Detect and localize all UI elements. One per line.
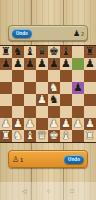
square-g5[interactable]: ♟ xyxy=(72,82,84,94)
piece-white-rook: ♜ xyxy=(85,130,95,142)
square-a1[interactable]: ♜ xyxy=(0,130,12,142)
square-f5[interactable] xyxy=(60,82,72,94)
piece-black-pawn: ♟ xyxy=(13,58,23,70)
piece-white-king: ♚ xyxy=(49,130,59,142)
black-pawn-icon: ♟ xyxy=(73,29,80,38)
square-h7[interactable]: ♟ xyxy=(84,58,96,70)
square-c1[interactable]: ♝ xyxy=(24,130,36,142)
square-h1[interactable]: ♜ xyxy=(84,130,96,142)
square-g1[interactable] xyxy=(72,130,84,142)
square-c4[interactable] xyxy=(24,94,36,106)
square-d7[interactable]: ♟ xyxy=(36,58,48,70)
square-g2[interactable]: ♟ xyxy=(72,118,84,130)
square-d6[interactable] xyxy=(36,70,48,82)
piece-black-pawn: ♟ xyxy=(25,58,35,70)
square-c7[interactable]: ♟ xyxy=(24,58,36,70)
piece-black-pawn: ♟ xyxy=(73,82,83,94)
square-f1[interactable]: ♝ xyxy=(60,130,72,142)
back-icon[interactable]: ◁ xyxy=(22,188,27,194)
opponent-bar: Undo ♟ 2 xyxy=(8,25,88,41)
square-f4[interactable] xyxy=(60,94,72,106)
square-d4[interactable]: ♟ xyxy=(36,94,48,106)
square-g8[interactable] xyxy=(72,46,84,58)
square-a4[interactable] xyxy=(0,94,12,106)
piece-white-bishop: ♝ xyxy=(61,130,71,142)
piece-black-pawn: ♟ xyxy=(61,58,71,70)
player-bar: ♙ 1 Undo xyxy=(8,150,88,168)
square-e4[interactable]: ♞ xyxy=(48,94,60,106)
piece-white-knight: ♞ xyxy=(13,130,23,142)
piece-white-bishop: ♝ xyxy=(25,130,35,142)
white-pawn-icon: ♙ xyxy=(12,155,19,164)
square-b1[interactable]: ♞ xyxy=(12,130,24,142)
square-a7[interactable]: ♟ xyxy=(0,58,12,70)
app-screen: Undo ♟ 2 ♜♞♝♛♚♝♜♟♟♟♟♟♟♟♞♟♟♞♟♟♟♟♟♟♟♜♞♝♛♚♝… xyxy=(0,0,96,200)
square-c6[interactable] xyxy=(24,70,36,82)
square-b5[interactable] xyxy=(12,82,24,94)
square-h4[interactable] xyxy=(84,94,96,106)
piece-black-pawn: ♟ xyxy=(37,58,47,70)
square-c5[interactable] xyxy=(24,82,36,94)
square-d3[interactable] xyxy=(36,106,48,118)
undo-button-player2[interactable]: Undo xyxy=(12,29,32,38)
undo-button-player1[interactable]: Undo xyxy=(64,155,84,164)
recents-icon[interactable]: □ xyxy=(70,188,74,194)
piece-white-pawn: ♟ xyxy=(37,94,47,106)
square-b6[interactable] xyxy=(12,70,24,82)
square-a6[interactable] xyxy=(0,70,12,82)
piece-black-pawn: ♟ xyxy=(49,58,59,70)
android-nav-bar: ◁ ○ □ xyxy=(0,182,96,200)
chess-board: ♜♞♝♛♚♝♜♟♟♟♟♟♟♟♞♟♟♞♟♟♟♟♟♟♟♜♞♝♛♚♝♜ xyxy=(0,45,96,143)
square-h6[interactable] xyxy=(84,70,96,82)
square-g4[interactable] xyxy=(72,94,84,106)
home-icon[interactable]: ○ xyxy=(47,188,51,194)
player2-number: 2 xyxy=(81,31,84,38)
player2-indicator: ♟ 2 xyxy=(73,29,84,38)
piece-black-knight: ♞ xyxy=(49,94,59,106)
piece-white-queen: ♛ xyxy=(37,130,47,142)
square-b4[interactable] xyxy=(12,94,24,106)
square-e7[interactable]: ♟ xyxy=(48,58,60,70)
square-d1[interactable]: ♛ xyxy=(36,130,48,142)
square-f6[interactable] xyxy=(60,70,72,82)
player1-number: 1 xyxy=(20,157,23,164)
square-h5[interactable] xyxy=(84,82,96,94)
player1-indicator: ♙ 1 xyxy=(12,155,23,164)
piece-black-pawn: ♟ xyxy=(85,58,95,70)
square-b7[interactable]: ♟ xyxy=(12,58,24,70)
square-e1[interactable]: ♚ xyxy=(48,130,60,142)
piece-white-pawn: ♟ xyxy=(73,118,83,130)
piece-white-rook: ♜ xyxy=(1,130,11,142)
square-f7[interactable]: ♟ xyxy=(60,58,72,70)
piece-black-pawn: ♟ xyxy=(1,58,11,70)
square-g7[interactable] xyxy=(72,58,84,70)
square-a5[interactable] xyxy=(0,82,12,94)
